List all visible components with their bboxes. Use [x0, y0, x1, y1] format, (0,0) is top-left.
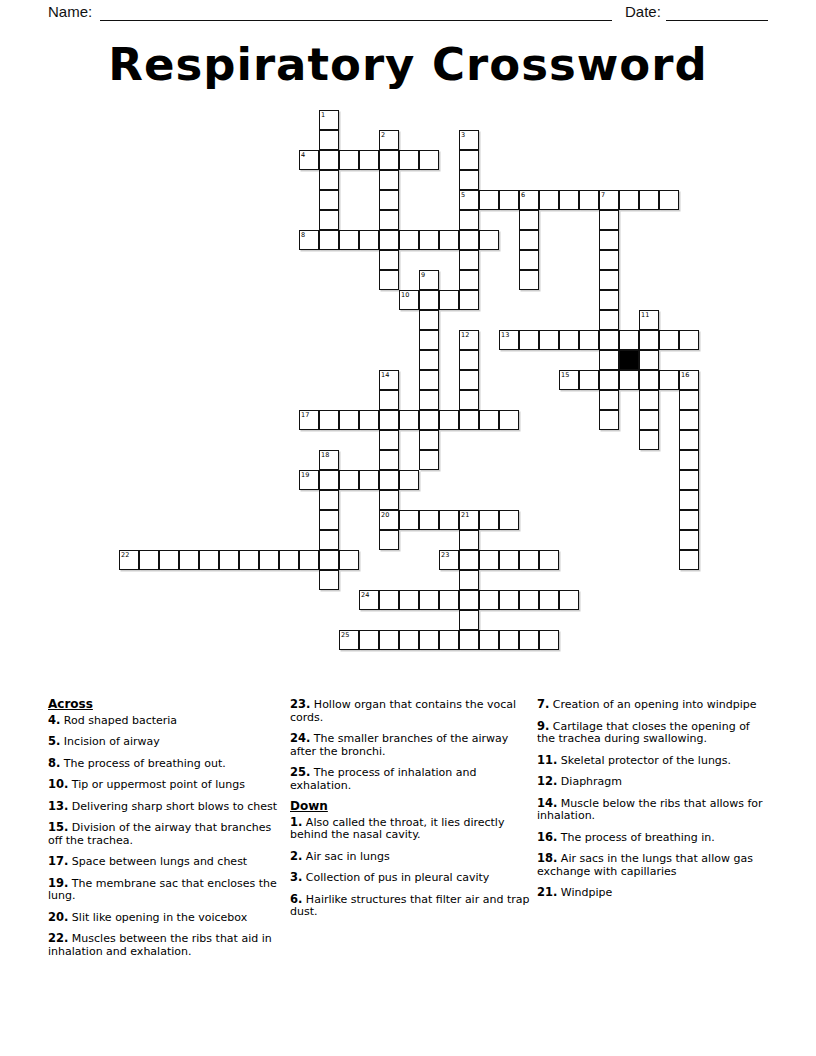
grid-cell[interactable]: 3	[459, 130, 479, 150]
grid-cell[interactable]	[439, 230, 459, 250]
cell-number: 25	[341, 631, 349, 639]
grid-cell[interactable]	[379, 390, 399, 410]
grid-cell[interactable]	[459, 290, 479, 310]
grid-cell[interactable]	[559, 190, 579, 210]
clue-2: 2. Air sac in lungs	[290, 850, 530, 864]
clue-number: 6.	[290, 892, 302, 906]
grid-cell[interactable]	[339, 410, 359, 430]
grid-cell[interactable]	[239, 550, 259, 570]
grid-cell[interactable]	[639, 370, 659, 390]
grid-cell[interactable]	[279, 550, 299, 570]
grid-cell[interactable]	[399, 410, 419, 430]
grid-cell[interactable]	[559, 330, 579, 350]
grid-cell[interactable]	[679, 550, 699, 570]
grid-cell[interactable]	[599, 370, 619, 390]
grid-cell[interactable]	[359, 470, 379, 490]
grid-cell[interactable]	[379, 410, 399, 430]
grid-cell[interactable]	[459, 370, 479, 390]
clue-number: 24.	[290, 731, 310, 745]
grid-cell[interactable]: 17	[299, 410, 319, 430]
grid-cell[interactable]	[319, 130, 339, 150]
clue-number: 18.	[537, 851, 557, 865]
grid-cell[interactable]	[419, 410, 439, 430]
grid-cell[interactable]	[339, 150, 359, 170]
grid-cell[interactable]	[459, 410, 479, 430]
clue-13: 13. Delivering sharp short blows to ches…	[48, 800, 282, 814]
grid-cell[interactable]	[599, 270, 619, 290]
grid-cell[interactable]	[599, 410, 619, 430]
grid-cell[interactable]	[459, 230, 479, 250]
cell-number: 23	[441, 551, 449, 559]
grid-cell[interactable]: 14	[379, 370, 399, 390]
grid-cell[interactable]	[639, 330, 659, 350]
clue-number: 23.	[290, 697, 310, 711]
grid-cell[interactable]	[679, 450, 699, 470]
grid-cell[interactable]	[479, 550, 499, 570]
grid-cell[interactable]	[479, 230, 499, 250]
grid-cell[interactable]	[359, 150, 379, 170]
clue-column-2: 23. Hollow organ that contains the vocal…	[290, 698, 530, 927]
grid-cell[interactable]	[419, 150, 439, 170]
cell-number: 8	[301, 231, 305, 239]
clue-16: 16. The process of breathing in.	[537, 831, 769, 845]
grid-cell[interactable]	[359, 230, 379, 250]
grid-cell[interactable]	[399, 230, 419, 250]
grid-cell[interactable]	[319, 530, 339, 550]
grid-cell[interactable]: 24	[359, 590, 379, 610]
clue-10: 10. Tip or uppermost point of lungs	[48, 778, 282, 792]
grid-cell[interactable]: 16	[679, 370, 699, 390]
grid-cell[interactable]	[319, 550, 339, 570]
clue-number: 3.	[290, 870, 302, 884]
cell-number: 3	[461, 131, 465, 139]
grid-cell[interactable]	[459, 550, 479, 570]
cell-number: 14	[381, 371, 389, 379]
grid-cell[interactable]	[679, 430, 699, 450]
grid-cell[interactable]	[419, 350, 439, 370]
grid-cell[interactable]	[479, 190, 499, 210]
clue-14: 14. Muscle below the ribs that allows fo…	[537, 797, 769, 823]
grid-cell[interactable]	[199, 550, 219, 570]
cell-number: 2	[381, 131, 385, 139]
grid-cell[interactable]	[519, 330, 539, 350]
cell-number: 18	[321, 451, 329, 459]
grid-cell[interactable]	[179, 550, 199, 570]
grid-cell[interactable]	[519, 210, 539, 230]
clue-number: 10.	[48, 777, 68, 791]
clue-number: 14.	[537, 796, 557, 810]
worksheet-page: { "game": "crossword", "header": { "name…	[0, 0, 816, 1056]
grid-cell[interactable]	[479, 410, 499, 430]
clue-number: 7.	[537, 697, 549, 711]
grid-cell[interactable]	[459, 630, 479, 650]
grid-cell[interactable]	[459, 210, 479, 230]
grid-cell[interactable]	[439, 590, 459, 610]
grid-cell[interactable]	[539, 630, 559, 650]
clue-17: 17. Space between lungs and chest	[48, 855, 282, 869]
grid-cell[interactable]: 25	[339, 630, 359, 650]
grid-cell[interactable]: 23	[439, 550, 459, 570]
grid-cell[interactable]	[639, 350, 659, 370]
page-title: Respiratory Crossword	[0, 38, 816, 91]
grid-cell[interactable]	[359, 410, 379, 430]
grid-cell[interactable]	[319, 410, 339, 430]
clue-19: 19. The membrane sac that encloses the l…	[48, 877, 282, 903]
grid-cell[interactable]	[639, 430, 659, 450]
clue-4: 4. Rod shaped bacteria	[48, 714, 282, 728]
grid-cell[interactable]	[599, 210, 619, 230]
grid-cell[interactable]: 10	[399, 290, 419, 310]
grid-cell[interactable]	[599, 290, 619, 310]
grid-cell[interactable]	[419, 230, 439, 250]
grid-cell[interactable]	[559, 590, 579, 610]
grid-cell[interactable]	[379, 190, 399, 210]
clue-1: 1. Also called the throat, it lies direc…	[290, 816, 530, 842]
cell-number: 5	[461, 191, 465, 199]
date-label: Date:	[625, 3, 661, 20]
grid-cell[interactable]: 13	[499, 330, 519, 350]
grid-cell[interactable]	[379, 250, 399, 270]
grid-cell[interactable]	[539, 190, 559, 210]
clue-18: 18. Air sacs in the lungs that allow gas…	[537, 852, 769, 878]
grid-cell[interactable]	[659, 190, 679, 210]
grid-cell[interactable]	[659, 330, 679, 350]
grid-cell[interactable]	[619, 330, 639, 350]
clue-23: 23. Hollow organ that contains the vocal…	[290, 698, 530, 724]
clue-number: 16.	[537, 830, 557, 844]
clue-number: 1.	[290, 815, 302, 829]
cell-number: 15	[561, 371, 569, 379]
grid-cell[interactable]	[439, 510, 459, 530]
grid-cell[interactable]	[399, 150, 419, 170]
grid-cell[interactable]	[299, 550, 319, 570]
grid-cell[interactable]	[339, 550, 359, 570]
grid-cell[interactable]	[599, 330, 619, 350]
cell-number: 7	[601, 191, 605, 199]
grid-cell[interactable]	[379, 590, 399, 610]
grid-cell[interactable]	[399, 630, 419, 650]
grid-cell[interactable]	[599, 350, 619, 370]
clue-number: 19.	[48, 876, 68, 890]
grid-cell[interactable]	[579, 370, 599, 390]
cell-number: 4	[301, 151, 305, 159]
grid-cell[interactable]: 15	[559, 370, 579, 390]
grid-cell[interactable]	[519, 230, 539, 250]
grid-cell[interactable]	[519, 550, 539, 570]
grid-cell[interactable]	[419, 370, 439, 390]
cell-number: 16	[681, 371, 689, 379]
grid-cell[interactable]: 9	[419, 270, 439, 290]
grid-cell[interactable]	[459, 270, 479, 290]
grid-cell[interactable]	[599, 310, 619, 330]
grid-cell[interactable]: 6	[519, 190, 539, 210]
clue-11: 11. Skeletal protector of the lungs.	[537, 754, 769, 768]
grid-cell[interactable]	[499, 410, 519, 430]
grid-cell[interactable]	[319, 230, 339, 250]
name-label: Name:	[48, 3, 92, 20]
grid-cell[interactable]	[379, 530, 399, 550]
grid-cell[interactable]	[339, 470, 359, 490]
grid-cell[interactable]	[459, 170, 479, 190]
black-cell	[619, 350, 639, 370]
clue-24: 24. The smaller branches of the airway a…	[290, 732, 530, 758]
grid-cell[interactable]	[439, 290, 459, 310]
grid-cell[interactable]	[459, 590, 479, 610]
grid-cell[interactable]	[519, 590, 539, 610]
clue-25: 25. The process of inhalation and exhala…	[290, 766, 530, 792]
grid-cell[interactable]	[319, 210, 339, 230]
grid-cell[interactable]	[599, 250, 619, 270]
grid-cell[interactable]	[459, 150, 479, 170]
clue-3: 3. Collection of pus in pleural cavity	[290, 871, 530, 885]
clue-number: 20.	[48, 910, 68, 924]
grid-cell[interactable]	[679, 410, 699, 430]
grid-cell[interactable]	[419, 630, 439, 650]
grid-cell[interactable]	[679, 490, 699, 510]
cell-number: 10	[401, 291, 409, 299]
grid-cell[interactable]	[379, 210, 399, 230]
grid-cell[interactable]: 8	[299, 230, 319, 250]
grid-cell[interactable]	[459, 390, 479, 410]
grid-cell[interactable]	[619, 190, 639, 210]
grid-cell[interactable]	[319, 170, 339, 190]
grid-cell[interactable]	[459, 610, 479, 630]
grid-cell[interactable]	[679, 510, 699, 530]
grid-cell[interactable]: 12	[459, 330, 479, 350]
grid-cell[interactable]	[499, 190, 519, 210]
grid-cell[interactable]	[419, 310, 439, 330]
grid-cell[interactable]	[519, 250, 539, 270]
grid-cell[interactable]	[599, 390, 619, 410]
grid-cell[interactable]	[539, 550, 559, 570]
grid-cell[interactable]	[519, 630, 539, 650]
grid-cell[interactable]	[539, 590, 559, 610]
clue-number: 13.	[48, 799, 68, 813]
grid-cell[interactable]	[379, 170, 399, 190]
grid-cell[interactable]	[319, 470, 339, 490]
grid-cell[interactable]: 18	[319, 450, 339, 470]
clue-number: 9.	[537, 719, 549, 733]
clue-7: 7. Creation of an opening into windpipe	[537, 698, 769, 712]
grid-cell[interactable]	[619, 370, 639, 390]
grid-cell[interactable]	[399, 510, 419, 530]
grid-cell[interactable]	[379, 490, 399, 510]
clue-number: 17.	[48, 854, 68, 868]
grid-cell[interactable]	[459, 530, 479, 550]
grid-cell[interactable]	[259, 550, 279, 570]
grid-cell[interactable]	[639, 410, 659, 430]
grid-cell[interactable]	[359, 630, 379, 650]
grid-cell[interactable]	[499, 590, 519, 610]
grid-cell[interactable]	[439, 630, 459, 650]
grid-cell[interactable]	[599, 230, 619, 250]
clue-20: 20. Slit like opening in the voicebox	[48, 911, 282, 925]
grid-cell[interactable]	[679, 330, 699, 350]
grid-cell[interactable]	[659, 370, 679, 390]
grid-cell[interactable]: 22	[119, 550, 139, 570]
grid-cell[interactable]	[319, 490, 339, 510]
grid-cell[interactable]	[319, 190, 339, 210]
clue-8: 8. The process of breathing out.	[48, 757, 282, 771]
grid-cell[interactable]: 7	[599, 190, 619, 210]
grid-cell[interactable]	[159, 550, 179, 570]
clue-column-3: 7. Creation of an opening into windpipe9…	[537, 698, 769, 908]
grid-cell[interactable]	[319, 510, 339, 530]
clue-column-1: Across4. Rod shaped bacteria5. Incision …	[48, 698, 282, 966]
grid-cell[interactable]	[379, 430, 399, 450]
grid-cell[interactable]	[399, 470, 419, 490]
cell-number: 20	[381, 511, 389, 519]
grid-cell[interactable]	[419, 510, 439, 530]
grid-cell[interactable]: 21	[459, 510, 479, 530]
grid-cell[interactable]	[319, 150, 339, 170]
clue-number: 15.	[48, 820, 68, 834]
grid-cell[interactable]	[459, 250, 479, 270]
grid-cell[interactable]	[419, 330, 439, 350]
clue-number: 4.	[48, 713, 60, 727]
clue-21: 21. Windpipe	[537, 886, 769, 900]
cell-number: 1	[321, 111, 325, 119]
grid-cell[interactable]	[379, 630, 399, 650]
grid-cell[interactable]	[579, 330, 599, 350]
grid-cell[interactable]	[679, 530, 699, 550]
grid-cell[interactable]	[639, 390, 659, 410]
cell-number: 21	[461, 511, 469, 519]
clue-15: 15. Division of the airway that branches…	[48, 821, 282, 847]
clue-number: 5.	[48, 734, 60, 748]
clue-number: 21.	[537, 885, 557, 899]
cell-number: 24	[361, 591, 369, 599]
grid-cell[interactable]	[499, 630, 519, 650]
clue-22: 22. Muscles between the ribs that aid in…	[48, 932, 282, 958]
grid-cell[interactable]: 11	[639, 310, 659, 330]
grid-cell[interactable]	[419, 430, 439, 450]
grid-cell[interactable]	[419, 390, 439, 410]
grid-cell[interactable]	[479, 510, 499, 530]
date-blank-line[interactable]	[666, 1, 768, 21]
grid-cell[interactable]: 4	[299, 150, 319, 170]
grid-cell[interactable]	[319, 570, 339, 590]
cell-number: 13	[501, 331, 509, 339]
grid-cell[interactable]	[419, 290, 439, 310]
grid-cell[interactable]	[339, 230, 359, 250]
cell-number: 12	[461, 331, 469, 339]
grid-cell[interactable]: 19	[299, 470, 319, 490]
grid-cell[interactable]: 20	[379, 510, 399, 530]
grid-cell[interactable]	[499, 550, 519, 570]
grid-cell[interactable]	[379, 270, 399, 290]
clue-number: 2.	[290, 849, 302, 863]
clue-12: 12. Diaphragm	[537, 775, 769, 789]
cell-number: 17	[301, 411, 309, 419]
grid-cell[interactable]	[479, 630, 499, 650]
grid-cell[interactable]	[439, 410, 459, 430]
clue-number: 22.	[48, 931, 68, 945]
grid-cell[interactable]	[419, 590, 439, 610]
grid-cell[interactable]	[539, 330, 559, 350]
grid-cell[interactable]	[379, 470, 399, 490]
grid-cell[interactable]: 1	[319, 110, 339, 130]
grid-cell[interactable]	[379, 450, 399, 470]
grid-cell[interactable]	[419, 450, 439, 470]
grid-cell[interactable]	[379, 230, 399, 250]
cell-number: 22	[121, 551, 129, 559]
grid-cell[interactable]: 5	[459, 190, 479, 210]
clue-number: 25.	[290, 765, 310, 779]
cell-number: 6	[521, 191, 525, 199]
cell-number: 11	[641, 311, 649, 319]
grid-cell[interactable]	[679, 470, 699, 490]
clue-number: 12.	[537, 774, 557, 788]
crossword-grid: 1234567891011121314151617181920212223242…	[119, 110, 699, 650]
cell-number: 9	[421, 271, 425, 279]
clue-list-header-across: Across	[48, 698, 282, 711]
grid-cell[interactable]	[639, 190, 659, 210]
grid-cell[interactable]	[399, 590, 419, 610]
cell-number: 19	[301, 471, 309, 479]
grid-cell[interactable]	[459, 570, 479, 590]
grid-cell[interactable]	[459, 350, 479, 370]
grid-cell[interactable]	[479, 590, 499, 610]
clue-5: 5. Incision of airway	[48, 735, 282, 749]
grid-cell[interactable]	[499, 510, 519, 530]
grid-cell[interactable]	[379, 150, 399, 170]
name-blank-line[interactable]	[100, 1, 612, 21]
clue-9: 9. Cartilage that closes the opening of …	[537, 720, 769, 746]
grid-cell[interactable]: 2	[379, 130, 399, 150]
grid-cell[interactable]	[139, 550, 159, 570]
clue-number: 11.	[537, 753, 557, 767]
grid-cell[interactable]	[219, 550, 239, 570]
grid-cell[interactable]	[519, 270, 539, 290]
clue-number: 8.	[48, 756, 60, 770]
grid-cell[interactable]	[679, 390, 699, 410]
clue-list-header-down: Down	[290, 800, 530, 813]
grid-cell[interactable]	[579, 190, 599, 210]
clue-6: 6. Hairlike structures that filter air a…	[290, 893, 530, 919]
